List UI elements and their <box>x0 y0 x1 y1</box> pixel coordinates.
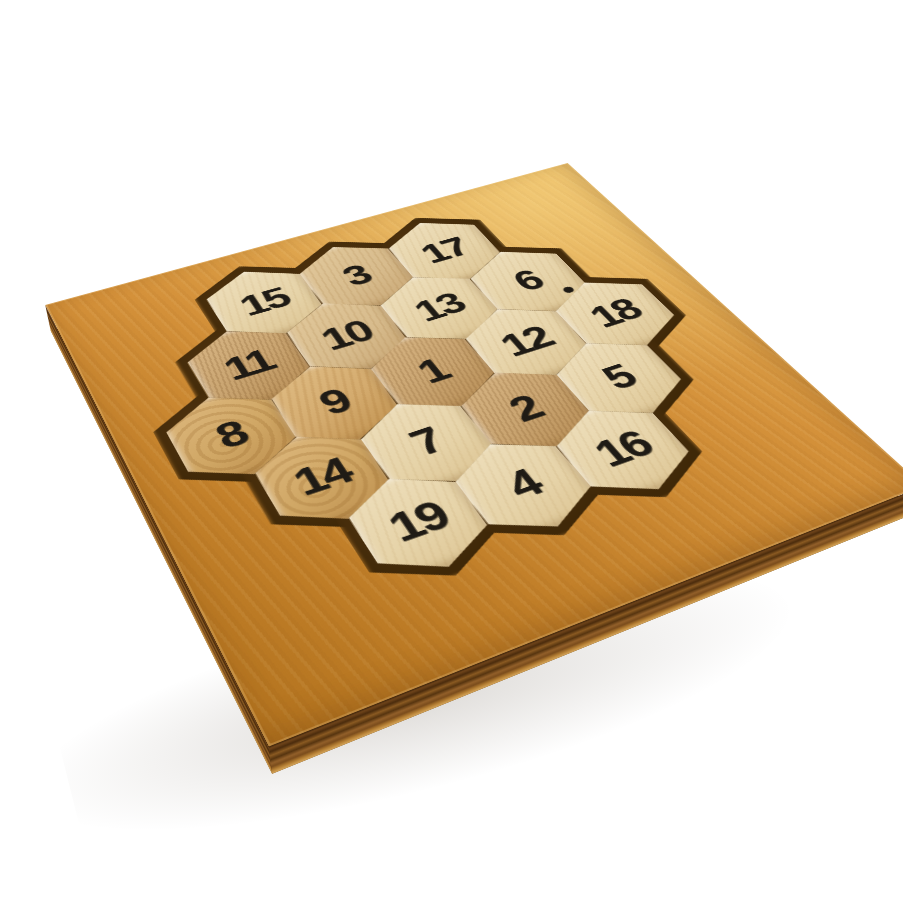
tile-number: 14 <box>285 450 359 505</box>
tile-number: 2 <box>499 388 550 430</box>
tile-number: 1 <box>409 351 457 390</box>
tile-number: 13 <box>405 287 472 329</box>
tile-number: 9 <box>311 382 358 423</box>
tile-number: 4 <box>496 461 551 508</box>
tile-number: 19 <box>379 493 457 552</box>
tile-number: 15 <box>233 282 296 323</box>
tile-number: 10 <box>313 314 380 358</box>
orientation-dot-icon: . <box>561 286 575 294</box>
tile-number: 16 <box>584 423 662 475</box>
tile-number: 8 <box>208 413 254 457</box>
tile-number: 12 <box>491 320 561 364</box>
tile-number: 6 <box>504 264 550 298</box>
tile-number: 18 <box>580 292 649 334</box>
tile-number: 7 <box>400 420 451 464</box>
tile-number: 17 <box>413 232 476 270</box>
tile-number: 11 <box>216 342 281 387</box>
tile-number: 5 <box>593 358 645 398</box>
product-photo-scene: 15 3 17 11 10 13 6 . 8 9 1 <box>0 0 903 903</box>
tile-number: 3 <box>335 259 378 292</box>
